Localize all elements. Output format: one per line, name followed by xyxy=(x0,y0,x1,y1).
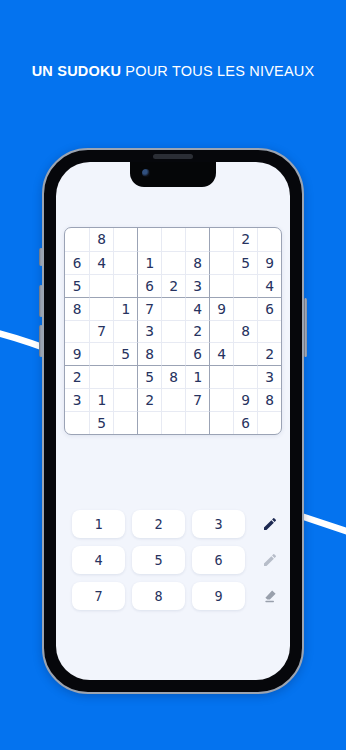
page-title: UN SUDOKUPOUR TOUS LES NIVEAUX xyxy=(0,63,346,79)
sudoku-cell-r9c2[interactable]: 5 xyxy=(89,411,113,434)
sudoku-cell-r3c3[interactable] xyxy=(113,274,137,297)
sudoku-cell-r7c3[interactable] xyxy=(113,365,137,388)
phone-frame: 8264185956234817496732895864225813312798… xyxy=(42,148,304,694)
sudoku-cell-r7c7[interactable] xyxy=(209,365,233,388)
sudoku-cell-r4c1[interactable]: 8 xyxy=(65,297,89,320)
sudoku-cell-r1c5[interactable] xyxy=(161,228,185,251)
sudoku-cell-r8c1[interactable]: 3 xyxy=(65,388,89,411)
front-camera xyxy=(142,169,150,177)
sudoku-cell-r9c4[interactable] xyxy=(137,411,161,434)
page-title-regular: POUR TOUS LES NIVEAUX xyxy=(125,63,314,79)
numpad-button-8[interactable]: 8 xyxy=(132,582,185,610)
sudoku-cell-r9c9[interactable] xyxy=(257,411,281,434)
sudoku-cell-r8c6[interactable]: 7 xyxy=(185,388,209,411)
sudoku-cell-r5c2[interactable]: 7 xyxy=(89,320,113,343)
notch xyxy=(130,162,216,187)
sudoku-cell-r7c4[interactable]: 5 xyxy=(137,365,161,388)
numpad-button-4[interactable]: 4 xyxy=(72,546,125,574)
sudoku-cell-r6c7[interactable]: 4 xyxy=(209,342,233,365)
sudoku-cell-r4c2[interactable] xyxy=(89,297,113,320)
pen-icon xyxy=(262,516,278,532)
sudoku-cell-r4c7[interactable]: 9 xyxy=(209,297,233,320)
sudoku-cell-r2c1[interactable]: 6 xyxy=(65,251,89,274)
sudoku-cell-r4c8[interactable] xyxy=(233,297,257,320)
sudoku-cell-r2c8[interactable]: 5 xyxy=(233,251,257,274)
sudoku-cell-r4c6[interactable]: 4 xyxy=(185,297,209,320)
sudoku-cell-r1c1[interactable] xyxy=(65,228,89,251)
sudoku-cell-r2c6[interactable]: 8 xyxy=(185,251,209,274)
pencil-notes-tool-button[interactable] xyxy=(261,551,278,568)
numpad-button-6[interactable]: 6 xyxy=(192,546,245,574)
sudoku-cell-r4c4[interactable]: 7 xyxy=(137,297,161,320)
sudoku-cell-r5c1[interactable] xyxy=(65,320,89,343)
sudoku-cell-r5c7[interactable] xyxy=(209,320,233,343)
sudoku-cell-r8c3[interactable] xyxy=(113,388,137,411)
sudoku-cell-r3c5[interactable]: 2 xyxy=(161,274,185,297)
sudoku-cell-r2c2[interactable]: 4 xyxy=(89,251,113,274)
sudoku-cell-r5c3[interactable] xyxy=(113,320,137,343)
sudoku-cell-r8c9[interactable]: 8 xyxy=(257,388,281,411)
numpad-button-1[interactable]: 1 xyxy=(72,510,125,538)
sudoku-cell-r6c9[interactable]: 2 xyxy=(257,342,281,365)
sudoku-cell-r9c7[interactable] xyxy=(209,411,233,434)
sudoku-cell-r6c1[interactable]: 9 xyxy=(65,342,89,365)
sudoku-cell-r6c6[interactable]: 6 xyxy=(185,342,209,365)
sudoku-cell-r1c3[interactable] xyxy=(113,228,137,251)
numpad-button-3[interactable]: 3 xyxy=(192,510,245,538)
sudoku-cell-r3c9[interactable]: 4 xyxy=(257,274,281,297)
sudoku-cell-r1c8[interactable]: 2 xyxy=(233,228,257,251)
sudoku-cell-r5c9[interactable] xyxy=(257,320,281,343)
sudoku-cell-r1c6[interactable] xyxy=(185,228,209,251)
numpad: 123456789 xyxy=(72,510,245,610)
sudoku-cell-r7c5[interactable]: 8 xyxy=(161,365,185,388)
sudoku-cell-r3c7[interactable] xyxy=(209,274,233,297)
phone-screen: 8264185956234817496732895864225813312798… xyxy=(56,162,290,680)
sudoku-cell-r1c4[interactable] xyxy=(137,228,161,251)
sudoku-cell-r7c6[interactable]: 1 xyxy=(185,365,209,388)
eraser-tool-button[interactable] xyxy=(261,587,278,604)
numpad-button-5[interactable]: 5 xyxy=(132,546,185,574)
right-arc xyxy=(298,515,346,533)
sudoku-cell-r9c5[interactable] xyxy=(161,411,185,434)
sudoku-cell-r9c3[interactable] xyxy=(113,411,137,434)
sudoku-cell-r8c5[interactable] xyxy=(161,388,185,411)
numpad-button-2[interactable]: 2 xyxy=(132,510,185,538)
sudoku-cell-r6c2[interactable] xyxy=(89,342,113,365)
sudoku-cell-r1c9[interactable] xyxy=(257,228,281,251)
sudoku-cell-r4c9[interactable]: 6 xyxy=(257,297,281,320)
sudoku-cell-r3c4[interactable]: 6 xyxy=(137,274,161,297)
sudoku-cell-r2c5[interactable] xyxy=(161,251,185,274)
phone-mockup: 8264185956234817496732895864225813312798… xyxy=(42,148,304,694)
sudoku-cell-r9c1[interactable] xyxy=(65,411,89,434)
sudoku-cell-r6c5[interactable] xyxy=(161,342,185,365)
sudoku-cell-r9c6[interactable] xyxy=(185,411,209,434)
sudoku-cell-r4c3[interactable]: 1 xyxy=(113,297,137,320)
page-title-bold: UN SUDOKU xyxy=(32,63,122,79)
sudoku-grid: 8264185956234817496732895864225813312798… xyxy=(64,227,282,435)
sudoku-cell-r6c3[interactable]: 5 xyxy=(113,342,137,365)
sudoku-cell-r3c6[interactable]: 3 xyxy=(185,274,209,297)
sudoku-cell-r5c8[interactable]: 8 xyxy=(233,320,257,343)
sudoku-cell-r6c8[interactable] xyxy=(233,342,257,365)
speaker-grille xyxy=(153,154,193,159)
sudoku-cell-r2c4[interactable]: 1 xyxy=(137,251,161,274)
sudoku-cell-r7c1[interactable]: 2 xyxy=(65,365,89,388)
sudoku-cell-r4c5[interactable] xyxy=(161,297,185,320)
sudoku-cell-r5c4[interactable]: 3 xyxy=(137,320,161,343)
numpad-button-7[interactable]: 7 xyxy=(72,582,125,610)
sudoku-cell-r2c9[interactable]: 9 xyxy=(257,251,281,274)
pen-tool-button[interactable] xyxy=(261,515,278,532)
sudoku-cell-r1c2[interactable]: 8 xyxy=(89,228,113,251)
sudoku-cell-r3c1[interactable]: 5 xyxy=(65,274,89,297)
sudoku-cell-r3c2[interactable] xyxy=(89,274,113,297)
sudoku-cell-r7c8[interactable] xyxy=(233,365,257,388)
pencil-icon xyxy=(262,552,278,568)
sudoku-cell-r2c7[interactable] xyxy=(209,251,233,274)
eraser-icon xyxy=(262,588,278,604)
sudoku-cell-r1c7[interactable] xyxy=(209,228,233,251)
sudoku-cell-r8c2[interactable]: 1 xyxy=(89,388,113,411)
sudoku-cell-r8c7[interactable] xyxy=(209,388,233,411)
sudoku-cell-r9c8[interactable]: 6 xyxy=(233,411,257,434)
sudoku-cell-r2c3[interactable] xyxy=(113,251,137,274)
sudoku-cell-r7c9[interactable]: 3 xyxy=(257,365,281,388)
promo-stage: UN SUDOKUPOUR TOUS LES NIVEAUX 826418595… xyxy=(0,0,346,750)
sudoku-cell-r5c6[interactable]: 2 xyxy=(185,320,209,343)
sudoku-cell-r5c5[interactable] xyxy=(161,320,185,343)
numpad-button-9[interactable]: 9 xyxy=(192,582,245,610)
sudoku-cell-r8c8[interactable]: 9 xyxy=(233,388,257,411)
sudoku-cell-r8c4[interactable]: 2 xyxy=(137,388,161,411)
sudoku-cell-r6c4[interactable]: 8 xyxy=(137,342,161,365)
sudoku-cell-r7c2[interactable] xyxy=(89,365,113,388)
power-button xyxy=(304,298,308,357)
sudoku-cell-r3c8[interactable] xyxy=(233,274,257,297)
